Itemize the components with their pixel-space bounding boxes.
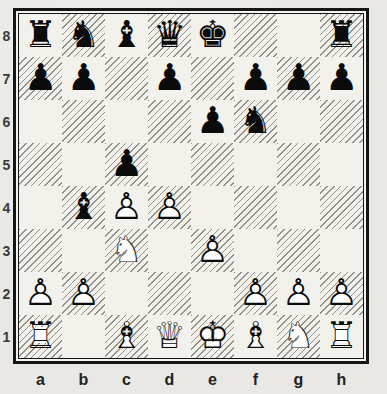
piece-black-rook: ♜ xyxy=(320,13,363,56)
chess-board: ♜♞♝♛♚♜♟♟♟♟♟♟♟♞♟♝♟♙♟♙♞♘♟♙♟♙♟♙♟♙♟♙♟♙♜♖♝♗♛♕… xyxy=(19,14,363,358)
rank-label-1: 1 xyxy=(0,315,13,358)
piece-white-king: ♔ xyxy=(191,314,234,357)
piece-white-rook: ♖ xyxy=(320,314,363,357)
piece-white-pawn: ♙ xyxy=(105,185,148,228)
rank-label-6: 6 xyxy=(0,100,13,143)
white-pawn-fill: ♟ xyxy=(105,185,148,228)
white-rook-fill: ♜ xyxy=(320,314,363,357)
piece-black-knight: ♞ xyxy=(234,99,277,142)
square-b1[interactable] xyxy=(62,315,105,358)
piece-white-knight: ♘ xyxy=(277,314,320,357)
square-f7[interactable]: ♟ xyxy=(234,57,277,100)
chess-board-inner-border: ♜♞♝♛♚♜♟♟♟♟♟♟♟♞♟♝♟♙♟♙♞♘♟♙♟♙♟♙♟♙♟♙♟♙♜♖♝♗♛♕… xyxy=(18,13,364,359)
square-a1[interactable]: ♜♖ xyxy=(19,315,62,358)
piece-black-bishop: ♝ xyxy=(62,185,105,228)
square-a4[interactable] xyxy=(19,186,62,229)
square-g8[interactable] xyxy=(277,14,320,57)
square-c1[interactable]: ♝♗ xyxy=(105,315,148,358)
square-g6[interactable] xyxy=(277,100,320,143)
square-c7[interactable] xyxy=(105,57,148,100)
piece-white-pawn: ♙ xyxy=(320,271,363,314)
white-queen-fill: ♛ xyxy=(148,314,191,357)
piece-white-pawn: ♙ xyxy=(148,185,191,228)
square-a5[interactable] xyxy=(19,143,62,186)
piece-white-queen: ♕ xyxy=(148,314,191,357)
piece-black-pawn: ♟ xyxy=(148,56,191,99)
square-b7[interactable]: ♟ xyxy=(62,57,105,100)
square-d5[interactable] xyxy=(148,143,191,186)
square-h8[interactable]: ♜ xyxy=(320,14,363,57)
square-e6[interactable]: ♟ xyxy=(191,100,234,143)
square-e2[interactable] xyxy=(191,272,234,315)
rank-label-7: 7 xyxy=(0,57,13,100)
square-f3[interactable] xyxy=(234,229,277,272)
square-f1[interactable]: ♝♗ xyxy=(234,315,277,358)
piece-white-pawn: ♙ xyxy=(62,271,105,314)
square-b8[interactable]: ♞ xyxy=(62,14,105,57)
square-a3[interactable] xyxy=(19,229,62,272)
square-d4[interactable]: ♟♙ xyxy=(148,186,191,229)
rank-label-8: 8 xyxy=(0,14,13,57)
piece-black-pawn: ♟ xyxy=(277,56,320,99)
square-e4[interactable] xyxy=(191,186,234,229)
chess-board-frame: ♜♞♝♛♚♜♟♟♟♟♟♟♟♞♟♝♟♙♟♙♞♘♟♙♟♙♟♙♟♙♟♙♟♙♜♖♝♗♛♕… xyxy=(13,8,369,364)
square-d3[interactable] xyxy=(148,229,191,272)
piece-black-bishop: ♝ xyxy=(105,13,148,56)
piece-black-queen: ♛ xyxy=(148,13,191,56)
square-f6[interactable]: ♞ xyxy=(234,100,277,143)
square-f4[interactable] xyxy=(234,186,277,229)
square-f2[interactable]: ♟♙ xyxy=(234,272,277,315)
square-c5[interactable]: ♟ xyxy=(105,143,148,186)
square-g4[interactable] xyxy=(277,186,320,229)
piece-black-pawn: ♟ xyxy=(105,142,148,185)
square-g5[interactable] xyxy=(277,143,320,186)
square-f5[interactable] xyxy=(234,143,277,186)
square-h3[interactable] xyxy=(320,229,363,272)
square-c4[interactable]: ♟♙ xyxy=(105,186,148,229)
piece-white-bishop: ♗ xyxy=(105,314,148,357)
square-h7[interactable]: ♟ xyxy=(320,57,363,100)
square-b6[interactable] xyxy=(62,100,105,143)
square-h4[interactable] xyxy=(320,186,363,229)
white-pawn-fill: ♟ xyxy=(19,271,62,314)
square-e1[interactable]: ♚♔ xyxy=(191,315,234,358)
white-knight-fill: ♞ xyxy=(105,228,148,271)
file-label-a: a xyxy=(19,368,62,392)
square-h1[interactable]: ♜♖ xyxy=(320,315,363,358)
white-pawn-fill: ♟ xyxy=(62,271,105,314)
piece-black-pawn: ♟ xyxy=(320,56,363,99)
square-a7[interactable]: ♟ xyxy=(19,57,62,100)
piece-white-pawn: ♙ xyxy=(19,271,62,314)
piece-white-pawn: ♙ xyxy=(234,271,277,314)
square-g3[interactable] xyxy=(277,229,320,272)
white-pawn-fill: ♟ xyxy=(277,271,320,314)
square-c6[interactable] xyxy=(105,100,148,143)
square-d7[interactable]: ♟ xyxy=(148,57,191,100)
file-label-b: b xyxy=(62,368,105,392)
square-f8[interactable] xyxy=(234,14,277,57)
rank-label-4: 4 xyxy=(0,186,13,229)
square-e5[interactable] xyxy=(191,143,234,186)
rank-labels: 87654321 xyxy=(0,14,13,358)
piece-black-knight: ♞ xyxy=(62,13,105,56)
piece-black-pawn: ♟ xyxy=(62,56,105,99)
square-a6[interactable] xyxy=(19,100,62,143)
file-label-c: c xyxy=(105,368,148,392)
file-label-d: d xyxy=(148,368,191,392)
square-b5[interactable] xyxy=(62,143,105,186)
piece-black-pawn: ♟ xyxy=(191,99,234,142)
square-e7[interactable] xyxy=(191,57,234,100)
piece-black-rook: ♜ xyxy=(19,13,62,56)
square-c8[interactable]: ♝ xyxy=(105,14,148,57)
square-b3[interactable] xyxy=(62,229,105,272)
file-label-h: h xyxy=(320,368,363,392)
white-bishop-fill: ♝ xyxy=(234,314,277,357)
piece-white-rook: ♖ xyxy=(19,314,62,357)
white-pawn-fill: ♟ xyxy=(148,185,191,228)
square-a2[interactable]: ♟♙ xyxy=(19,272,62,315)
square-g1[interactable]: ♞♘ xyxy=(277,315,320,358)
square-h6[interactable] xyxy=(320,100,363,143)
file-label-f: f xyxy=(234,368,277,392)
square-h2[interactable]: ♟♙ xyxy=(320,272,363,315)
piece-white-pawn: ♙ xyxy=(277,271,320,314)
square-h5[interactable] xyxy=(320,143,363,186)
square-b2[interactable]: ♟♙ xyxy=(62,272,105,315)
square-e8[interactable]: ♚ xyxy=(191,14,234,57)
piece-black-king: ♚ xyxy=(191,13,234,56)
square-d2[interactable] xyxy=(148,272,191,315)
square-a8[interactable]: ♜ xyxy=(19,14,62,57)
piece-black-pawn: ♟ xyxy=(19,56,62,99)
piece-white-bishop: ♗ xyxy=(234,314,277,357)
square-b4[interactable]: ♝ xyxy=(62,186,105,229)
piece-white-knight: ♘ xyxy=(105,228,148,271)
white-rook-fill: ♜ xyxy=(19,314,62,357)
file-labels: abcdefgh xyxy=(19,368,363,392)
rank-label-5: 5 xyxy=(0,143,13,186)
square-c3[interactable]: ♞♘ xyxy=(105,229,148,272)
rank-label-2: 2 xyxy=(0,272,13,315)
white-king-fill: ♚ xyxy=(191,314,234,357)
piece-white-pawn: ♙ xyxy=(191,228,234,271)
page-background: 87654321 ♜♞♝♛♚♜♟♟♟♟♟♟♟♞♟♝♟♙♟♙♞♘♟♙♟♙♟♙♟♙♟… xyxy=(0,0,387,394)
white-pawn-fill: ♟ xyxy=(191,228,234,271)
white-pawn-fill: ♟ xyxy=(234,271,277,314)
square-g7[interactable]: ♟ xyxy=(277,57,320,100)
square-d8[interactable]: ♛ xyxy=(148,14,191,57)
piece-black-pawn: ♟ xyxy=(234,56,277,99)
square-g2[interactable]: ♟♙ xyxy=(277,272,320,315)
square-e3[interactable]: ♟♙ xyxy=(191,229,234,272)
white-knight-fill: ♞ xyxy=(277,314,320,357)
white-pawn-fill: ♟ xyxy=(320,271,363,314)
square-c2[interactable] xyxy=(105,272,148,315)
square-d6[interactable] xyxy=(148,100,191,143)
white-bishop-fill: ♝ xyxy=(105,314,148,357)
file-label-g: g xyxy=(277,368,320,392)
square-d1[interactable]: ♛♕ xyxy=(148,315,191,358)
rank-label-3: 3 xyxy=(0,229,13,272)
file-label-e: e xyxy=(191,368,234,392)
